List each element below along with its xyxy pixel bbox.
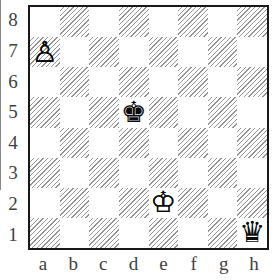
square-b5[interactable] (60, 97, 90, 127)
square-g8[interactable] (208, 7, 238, 37)
square-b8[interactable] (60, 7, 90, 37)
square-a2[interactable] (30, 188, 60, 218)
square-d2[interactable] (119, 188, 149, 218)
square-g3[interactable] (208, 158, 238, 188)
square-h7[interactable] (237, 37, 267, 67)
square-c8[interactable] (89, 7, 119, 37)
square-f3[interactable] (178, 158, 208, 188)
rank-label-6: 6 (0, 66, 26, 97)
white-pawn[interactable]: ♙ (30, 37, 60, 67)
rank-label-1: 1 (0, 219, 26, 250)
square-c6[interactable] (89, 67, 119, 97)
file-label-a: a (28, 251, 58, 277)
square-d1[interactable] (119, 218, 149, 248)
square-d3[interactable] (119, 158, 149, 188)
square-a6[interactable] (30, 67, 60, 97)
square-e1[interactable] (149, 218, 179, 248)
square-c4[interactable] (89, 128, 119, 158)
square-f6[interactable] (178, 67, 208, 97)
square-b7[interactable] (60, 37, 90, 67)
rank-label-8: 8 (0, 5, 26, 36)
square-f4[interactable] (178, 128, 208, 158)
square-g7[interactable] (208, 37, 238, 67)
square-h6[interactable] (237, 67, 267, 97)
square-h3[interactable] (237, 158, 267, 188)
square-b4[interactable] (60, 128, 90, 158)
square-a7[interactable]: ♙ (30, 37, 60, 67)
square-f7[interactable] (178, 37, 208, 67)
square-c5[interactable] (89, 97, 119, 127)
square-d4[interactable] (119, 128, 149, 158)
square-g6[interactable] (208, 67, 238, 97)
square-e4[interactable] (149, 128, 179, 158)
black-queen[interactable]: ♛ (237, 218, 267, 248)
square-b3[interactable] (60, 158, 90, 188)
square-g4[interactable] (208, 128, 238, 158)
square-a5[interactable] (30, 97, 60, 127)
square-a3[interactable] (30, 158, 60, 188)
file-label-c: c (88, 251, 118, 277)
square-f2[interactable] (178, 188, 208, 218)
file-label-f: f (179, 251, 209, 277)
file-label-d: d (118, 251, 148, 277)
square-a1[interactable] (30, 218, 60, 248)
rank-label-3: 3 (0, 158, 26, 189)
square-e6[interactable] (149, 67, 179, 97)
rank-label-5: 5 (0, 97, 26, 128)
rank-label-7: 7 (0, 36, 26, 67)
file-label-b: b (58, 251, 88, 277)
square-d7[interactable] (119, 37, 149, 67)
square-e8[interactable] (149, 7, 179, 37)
file-label-g: g (209, 251, 239, 277)
square-e5[interactable] (149, 97, 179, 127)
square-h5[interactable] (237, 97, 267, 127)
square-d8[interactable] (119, 7, 149, 37)
square-h2[interactable] (237, 188, 267, 218)
square-f1[interactable] (178, 218, 208, 248)
square-h8[interactable] (237, 7, 267, 37)
square-a8[interactable] (30, 7, 60, 37)
square-d5[interactable]: ♚ (119, 97, 149, 127)
square-e7[interactable] (149, 37, 179, 67)
square-e2[interactable]: ♔ (149, 188, 179, 218)
square-a4[interactable] (30, 128, 60, 158)
square-h1[interactable]: ♛ (237, 218, 267, 248)
file-label-h: h (239, 251, 269, 277)
square-c2[interactable] (89, 188, 119, 218)
file-label-e: e (149, 251, 179, 277)
square-h4[interactable] (237, 128, 267, 158)
square-g2[interactable] (208, 188, 238, 218)
black-king[interactable]: ♚ (119, 97, 149, 127)
rank-labels: 87654321 (0, 5, 26, 250)
rank-label-2: 2 (0, 189, 26, 220)
square-c7[interactable] (89, 37, 119, 67)
square-f8[interactable] (178, 7, 208, 37)
square-b1[interactable] (60, 218, 90, 248)
chess-board: ♙♚♔♛ (28, 5, 269, 250)
file-labels: abcdefgh (28, 251, 269, 277)
white-king[interactable]: ♔ (149, 188, 179, 218)
square-g1[interactable] (208, 218, 238, 248)
square-g5[interactable] (208, 97, 238, 127)
square-f5[interactable] (178, 97, 208, 127)
square-b6[interactable] (60, 67, 90, 97)
chess-diagram: 87654321 ♙♚♔♛ abcdefgh (0, 0, 279, 280)
square-c1[interactable] (89, 218, 119, 248)
square-c3[interactable] (89, 158, 119, 188)
rank-label-4: 4 (0, 128, 26, 159)
square-d6[interactable] (119, 67, 149, 97)
square-b2[interactable] (60, 188, 90, 218)
square-e3[interactable] (149, 158, 179, 188)
